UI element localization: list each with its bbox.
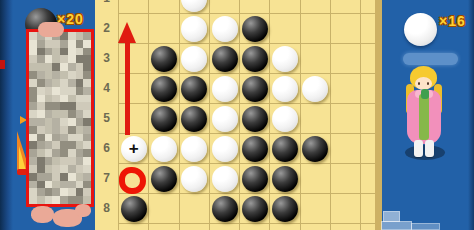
board-cell[interactable] [180, 164, 210, 194]
board-cell[interactable] [210, 104, 240, 134]
board-cell[interactable] [301, 14, 331, 44]
row-label-4: 4 [95, 73, 118, 103]
board-cell[interactable] [149, 194, 179, 224]
board-cell[interactable] [210, 74, 240, 104]
black-stone [272, 136, 298, 162]
black-stone [212, 196, 238, 222]
board-cell[interactable] [119, 44, 149, 74]
board-cell[interactable] [270, 14, 300, 44]
board-cell[interactable] [240, 164, 270, 194]
white-stone-tray-icon [404, 13, 437, 46]
watermark-cube [381, 221, 412, 230]
board-cell[interactable] [149, 44, 179, 74]
board-cell[interactable] [240, 74, 270, 104]
row-label-8: 8 [95, 193, 118, 223]
black-stone [151, 76, 177, 102]
white-stone [181, 166, 207, 192]
board-cell[interactable] [361, 104, 382, 134]
board-cell[interactable] [331, 194, 361, 224]
pink-hand-blob-top [38, 22, 64, 37]
board-cell[interactable] [240, 134, 270, 164]
white-stone [302, 76, 328, 102]
board-cell[interactable] [180, 74, 210, 104]
watermark-cube [411, 223, 440, 230]
mosaic-blur [29, 32, 91, 204]
character-girl [400, 62, 450, 162]
board-cell[interactable] [301, 104, 331, 134]
black-stone [242, 16, 268, 42]
board-cell[interactable] [149, 164, 179, 194]
board-cell[interactable] [331, 0, 361, 14]
row-label-3: 3 [95, 43, 118, 73]
board-cell[interactable] [301, 74, 331, 104]
board-cell[interactable] [180, 134, 210, 164]
board-cell[interactable] [331, 164, 361, 194]
board-cell[interactable] [240, 194, 270, 224]
board-cell[interactable] [301, 44, 331, 74]
black-stone [272, 196, 298, 222]
board-cell[interactable] [149, 0, 179, 14]
black-stone [181, 76, 207, 102]
black-stone [302, 136, 328, 162]
board-cell[interactable] [210, 14, 240, 44]
board-cell[interactable] [361, 164, 382, 194]
white-stone [181, 0, 207, 12]
board-cell[interactable] [331, 74, 361, 104]
board-cell[interactable]: + [119, 134, 149, 164]
white-stone [181, 16, 207, 42]
board-cell[interactable] [149, 104, 179, 134]
board-cell[interactable] [180, 44, 210, 74]
left-edge-shade [0, 0, 13, 230]
white-stone [272, 46, 298, 72]
white-stone [181, 136, 207, 162]
board-cell[interactable] [361, 134, 382, 164]
board-cell[interactable] [119, 74, 149, 104]
board-cell[interactable] [301, 164, 331, 194]
board-cell[interactable] [270, 104, 300, 134]
board-cell[interactable] [331, 104, 361, 134]
black-stone [212, 46, 238, 72]
board-cell[interactable] [270, 0, 300, 14]
white-stone-count: ×16 [439, 13, 466, 29]
board-cell[interactable] [361, 74, 382, 104]
board-cell[interactable] [361, 194, 382, 224]
game-board: 12345678 + [95, 0, 382, 230]
board-cell[interactable] [331, 14, 361, 44]
board-cell[interactable] [301, 194, 331, 224]
board-cell[interactable] [119, 224, 149, 230]
board-cell[interactable] [331, 134, 361, 164]
board-cell[interactable] [331, 224, 361, 230]
board-cell[interactable] [210, 224, 240, 230]
red-up-arrow-shaft [125, 41, 130, 135]
board-cell[interactable] [270, 74, 300, 104]
flame-inner-icon [19, 146, 26, 171]
board-cell[interactable] [210, 134, 240, 164]
board-cell[interactable] [180, 104, 210, 134]
black-stone [242, 196, 268, 222]
white-stone [151, 136, 177, 162]
row-label-6: 6 [95, 133, 118, 163]
board-cell[interactable] [301, 0, 331, 14]
white-stone [181, 46, 207, 72]
black-stone [242, 76, 268, 102]
white-stone [212, 166, 238, 192]
board-cell[interactable] [270, 134, 300, 164]
white-stone: + [121, 136, 147, 162]
board-cell[interactable] [149, 14, 179, 44]
board-cell[interactable] [240, 0, 270, 14]
board-cell[interactable] [301, 134, 331, 164]
board-cell[interactable] [149, 134, 179, 164]
row-label-5: 5 [95, 103, 118, 133]
board-cell[interactable] [119, 0, 149, 14]
black-stone [181, 106, 207, 132]
board-cell[interactable] [210, 194, 240, 224]
row-label-2: 2 [95, 13, 118, 43]
red-edge-notch [0, 60, 5, 69]
board-cell[interactable] [180, 0, 210, 14]
board-cell[interactable] [210, 44, 240, 74]
board-cell[interactable] [270, 224, 300, 230]
black-stone [151, 46, 177, 72]
black-stone [242, 46, 268, 72]
board-cell[interactable] [331, 44, 361, 74]
red-ring-annotation-icon [119, 167, 146, 194]
row-label-7: 7 [95, 163, 118, 193]
board-cell[interactable] [180, 194, 210, 224]
row-label-1: 1 [95, 0, 118, 13]
game-screen: ×20 ×16 12345678 + [0, 0, 474, 230]
board-cell[interactable] [361, 14, 382, 44]
black-stone [151, 166, 177, 192]
black-stone [242, 136, 268, 162]
board-cell[interactable] [270, 44, 300, 74]
black-stone [121, 196, 147, 222]
board-grid: + [118, 0, 382, 230]
board-cell[interactable] [119, 194, 149, 224]
red-up-arrow-head-icon [118, 22, 136, 43]
black-stone [242, 106, 268, 132]
plus-move-marker: + [129, 140, 139, 157]
board-cell[interactable] [149, 224, 179, 230]
board-cell[interactable] [210, 164, 240, 194]
board-cell[interactable] [270, 164, 300, 194]
board-cell[interactable] [240, 44, 270, 74]
censored-player-card [26, 29, 94, 207]
black-stone [151, 106, 177, 132]
white-stone [212, 76, 238, 102]
board-cell[interactable] [240, 224, 270, 230]
board-cell[interactable] [361, 224, 382, 230]
black-stone [242, 166, 268, 192]
board-cell[interactable] [149, 74, 179, 104]
board-cell[interactable] [210, 0, 240, 14]
board-cell[interactable] [361, 44, 382, 74]
pink-foot-blob-left [31, 206, 54, 223]
board-cell[interactable] [301, 224, 331, 230]
board-cell[interactable] [240, 104, 270, 134]
black-stone [272, 166, 298, 192]
white-stone [272, 76, 298, 102]
white-stone [212, 136, 238, 162]
white-stone [212, 106, 238, 132]
pink-foot-blob-right [75, 204, 91, 217]
board-cell[interactable] [180, 14, 210, 44]
right-edge-shade [468, 0, 474, 230]
board-cell[interactable] [119, 104, 149, 134]
white-stone [272, 106, 298, 132]
board-cell[interactable] [361, 0, 382, 14]
board-cell[interactable] [180, 224, 210, 230]
white-stone [212, 16, 238, 42]
board-cell[interactable] [270, 194, 300, 224]
board-cell[interactable] [240, 14, 270, 44]
